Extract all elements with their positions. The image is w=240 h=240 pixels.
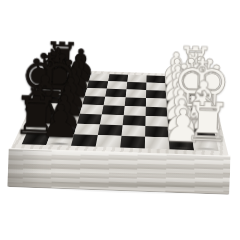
square-h5 <box>96 135 122 147</box>
piece-white-rook: ♜ <box>182 95 231 150</box>
square-g4 <box>121 125 145 137</box>
square-g5 <box>98 124 123 136</box>
chess-set-photo: ♜♟♟♜♞♟♟♞♝♟♟♝♛♟♟♛♚♟♟♚♝♟♟♝♞♟♟♞♜♟♟♜ <box>0 0 240 240</box>
board-base <box>7 148 230 195</box>
square-f5 <box>100 115 124 126</box>
square-h4 <box>120 136 145 148</box>
board-grid: ♜♟♟♜♞♟♟♞♝♟♟♝♛♟♟♛♚♟♟♚♝♟♟♝♞♟♟♞♜♟♟♜ <box>22 72 219 151</box>
square-h1: ♜ <box>192 138 218 151</box>
piece-black-pawn: ♟ <box>39 98 81 144</box>
square-f4 <box>123 115 146 126</box>
chess-board: ♜♟♟♜♞♟♟♞♝♟♟♝♛♟♟♛♚♟♟♚♝♟♟♝♞♟♟♞♜♟♟♜ <box>11 69 229 155</box>
square-h7: ♟ <box>46 133 74 145</box>
board-tilt-wrapper: ♜♟♟♜♞♟♟♞♝♟♟♝♛♟♟♛♚♟♟♚♝♟♟♝♞♟♟♞♜♟♟♜ <box>0 0 240 240</box>
